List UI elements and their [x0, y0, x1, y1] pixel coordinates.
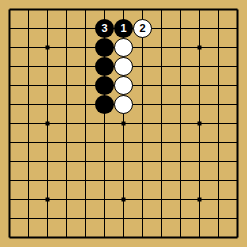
stone-white [114, 76, 133, 95]
stone-black-move-1: 1 [114, 19, 133, 38]
stone-white [114, 95, 133, 114]
stone-black [95, 76, 114, 95]
stone-black [95, 38, 114, 57]
stone-black [95, 57, 114, 76]
stone-white [114, 57, 133, 76]
stone-black-move-3: 3 [95, 19, 114, 38]
move-number-label: 1 [120, 23, 126, 34]
go-board[interactable]: 312 [0, 0, 247, 247]
stone-white [114, 38, 133, 57]
stone-black [95, 95, 114, 114]
go-diagram: 312 [0, 0, 247, 247]
move-number-label: 3 [101, 23, 107, 34]
move-number-label: 2 [139, 23, 145, 34]
stone-white-move-2: 2 [133, 19, 152, 38]
stones-layer: 312 [0, 0, 247, 247]
